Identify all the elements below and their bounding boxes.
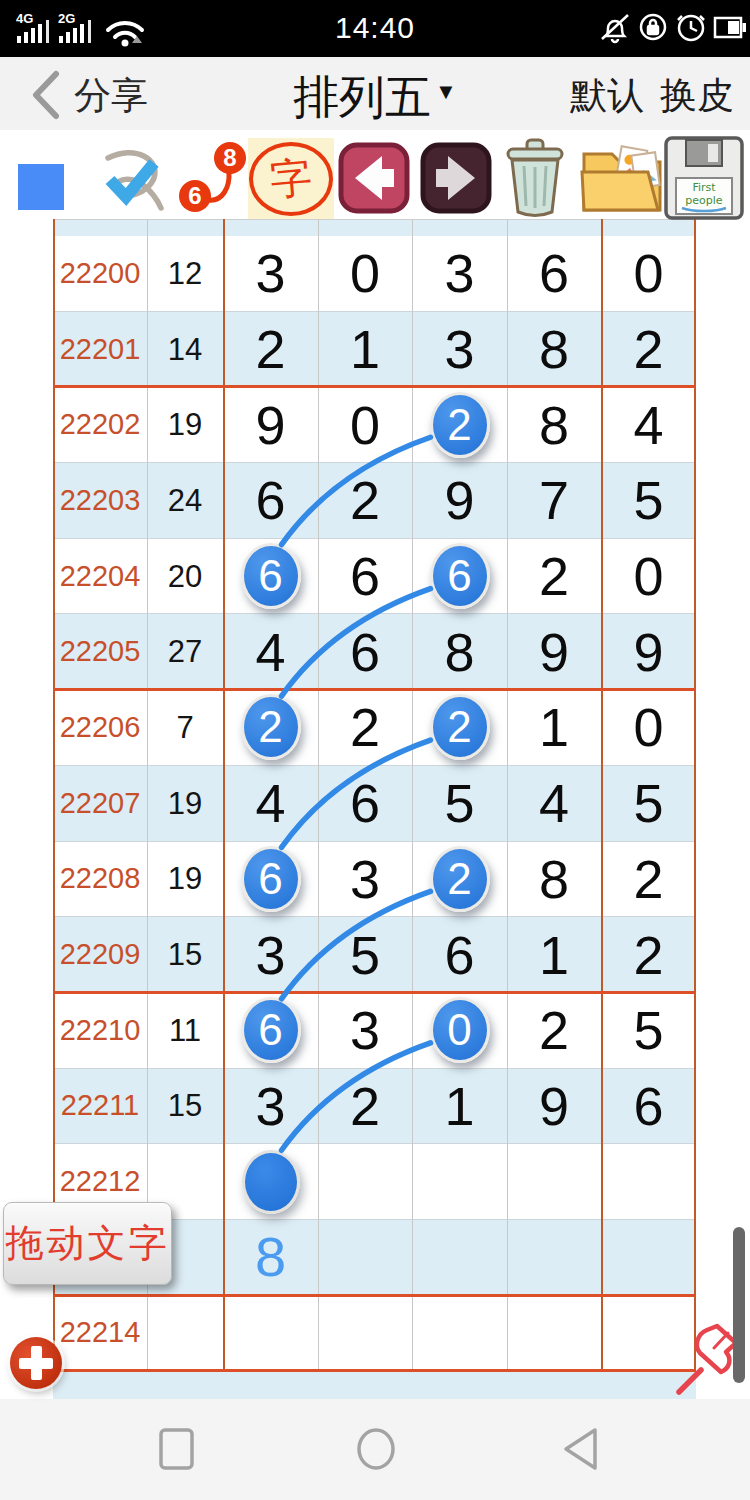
- digit-cell[interactable]: 9: [507, 614, 601, 689]
- group-separator-line: [53, 385, 696, 388]
- circled-digit[interactable]: 6: [430, 543, 490, 609]
- group-separator-line: [53, 991, 696, 994]
- grid-vline: [223, 219, 225, 1371]
- grid-vline: [318, 219, 319, 1371]
- digit-cell[interactable]: 4: [601, 387, 696, 462]
- digit-cell[interactable]: 2: [412, 842, 507, 917]
- table-footer-strip: [53, 1371, 696, 1400]
- save-floppy-icon[interactable]: First people: [662, 134, 746, 222]
- digit-cell[interactable]: 3: [318, 842, 412, 917]
- circled-digit[interactable]: 2: [241, 694, 301, 760]
- photos-folder-icon[interactable]: [578, 140, 666, 218]
- issue-cell: 22214: [53, 1296, 147, 1371]
- trend-lo-label: 6: [188, 182, 201, 209]
- table-row: 222091535612: [53, 917, 696, 993]
- value-cell: 19: [147, 387, 223, 462]
- grid-vline: [53, 219, 55, 1371]
- digit-cell[interactable]: 2: [601, 917, 696, 992]
- digit-cell[interactable]: 9: [412, 463, 507, 538]
- trend-hi-label: 8: [223, 144, 236, 171]
- digit-cell[interactable]: 5: [601, 993, 696, 1068]
- trend-line-icon[interactable]: 8 6: [172, 136, 252, 216]
- digit-cell[interactable]: 8: [412, 614, 507, 689]
- issue-cell: 22201: [53, 312, 147, 387]
- digit-cell[interactable]: 4: [223, 614, 318, 689]
- digit-cell[interactable]: 9: [601, 614, 696, 689]
- digit-cell[interactable]: [507, 1220, 601, 1295]
- issue-cell: 22200: [53, 236, 147, 311]
- digit-cell[interactable]: 9: [223, 387, 318, 462]
- add-button[interactable]: [10, 1337, 62, 1389]
- digit-cell[interactable]: 6: [412, 917, 507, 992]
- drag-text-button[interactable]: 拖动文字: [3, 1202, 172, 1285]
- page-title: 排列五: [293, 71, 431, 123]
- digit-cell[interactable]: 0: [412, 993, 507, 1068]
- drag-text-label: 拖动文字: [6, 1218, 170, 1269]
- value-cell: [147, 1296, 223, 1371]
- circled-digit[interactable]: 0: [430, 997, 490, 1063]
- digit-cell[interactable]: 8: [507, 312, 601, 387]
- circled-digit[interactable]: 6: [241, 543, 301, 609]
- value-cell: 14: [147, 312, 223, 387]
- digit-cell[interactable]: 1: [318, 312, 412, 387]
- issue-cell: 22209: [53, 917, 147, 992]
- group-separator-line: [53, 688, 696, 691]
- digit-cell[interactable]: 6: [601, 1069, 696, 1144]
- table-row: 222101163025: [53, 993, 696, 1069]
- digit-cell[interactable]: 5: [601, 766, 696, 841]
- zi-label: 字: [268, 149, 315, 208]
- issue-cell: 22202: [53, 387, 147, 462]
- grid-vline: [694, 219, 696, 1371]
- digit-cell[interactable]: 2: [507, 539, 601, 614]
- status-bar: 4G 2G 14:40: [0, 0, 750, 57]
- value-cell: 27: [147, 614, 223, 689]
- digit-cell[interactable]: 2: [412, 387, 507, 462]
- status-right-icons: [598, 12, 748, 44]
- digit-cell[interactable]: 6: [223, 539, 318, 614]
- scrollbar-thumb[interactable]: [733, 1227, 745, 1383]
- partial-row: [53, 219, 696, 236]
- grid-vline: [601, 219, 603, 1371]
- digit-cell[interactable]: 5: [601, 463, 696, 538]
- table-row: 222001230360: [53, 236, 696, 312]
- table-row: 222052746899: [53, 614, 696, 690]
- issue-cell: 22206: [53, 690, 147, 765]
- lock-icon: [641, 15, 665, 39]
- value-cell: 15: [147, 917, 223, 992]
- digit-cell[interactable]: 1: [412, 1069, 507, 1144]
- digit-cell[interactable]: 6: [318, 766, 412, 841]
- text-tool-active[interactable]: 字: [248, 138, 334, 219]
- select-check-icon[interactable]: [94, 142, 168, 214]
- circled-digit[interactable]: 2: [430, 694, 490, 760]
- digit-cell[interactable]: 0: [601, 236, 696, 311]
- digit-cell[interactable]: [412, 1144, 507, 1219]
- issue-cell: 22207: [53, 766, 147, 841]
- table-row: 222021990284: [53, 387, 696, 463]
- digit-cell[interactable]: 2: [318, 690, 412, 765]
- circled-digit[interactable]: 2: [430, 392, 490, 458]
- nav-home-button[interactable]: [359, 1430, 393, 1468]
- value-cell: 12: [147, 236, 223, 311]
- arrow-left-icon[interactable]: [338, 142, 410, 214]
- digit-cell[interactable]: 8: [223, 1220, 318, 1295]
- value-cell: 15: [147, 1069, 223, 1144]
- digit-cell[interactable]: 6: [318, 614, 412, 689]
- arrow-right-icon[interactable]: [420, 142, 492, 214]
- nav-back-button[interactable]: [566, 1430, 595, 1468]
- digit-cell[interactable]: 6: [318, 539, 412, 614]
- digit-cell[interactable]: 0: [318, 387, 412, 462]
- nav-recents-button[interactable]: [161, 1430, 192, 1468]
- digit-cell[interactable]: 6: [223, 463, 318, 538]
- digit-cell[interactable]: 4: [507, 766, 601, 841]
- table-bottom-line: [53, 1369, 696, 1372]
- zi-seal: 字: [249, 142, 333, 216]
- svg-text:people: people: [685, 194, 723, 207]
- digit-cell[interactable]: 2: [412, 690, 507, 765]
- skin-change-button[interactable]: 换皮: [660, 75, 734, 116]
- digit-cell[interactable]: [223, 1296, 318, 1371]
- digit-cell[interactable]: [318, 1144, 412, 1219]
- digit-cell[interactable]: 5: [412, 766, 507, 841]
- circled-digit[interactable]: 2: [430, 846, 490, 912]
- digit-cell[interactable]: [507, 1144, 601, 1219]
- digit-cell[interactable]: 0: [318, 236, 412, 311]
- digit-cell[interactable]: 8: [507, 842, 601, 917]
- battery-icon: [715, 18, 746, 37]
- digit-cell[interactable]: 2: [318, 463, 412, 538]
- value-cell: 19: [147, 766, 223, 841]
- value-cell: 24: [147, 463, 223, 538]
- skin-default-button[interactable]: 默认: [570, 75, 644, 116]
- digit-cell[interactable]: 3: [318, 993, 412, 1068]
- table-row: 222032462975: [53, 463, 696, 539]
- digit-cell[interactable]: 2: [318, 1069, 412, 1144]
- table-row: 22206722210: [53, 690, 696, 766]
- alarm-clock-icon: [678, 16, 704, 40]
- grid-vline: [412, 219, 413, 1371]
- digit-cell[interactable]: 3: [223, 917, 318, 992]
- table-row: 222042066620: [53, 539, 696, 615]
- chevron-down-icon: ▼: [435, 79, 457, 104]
- value-cell: 19: [147, 842, 223, 917]
- digit-cell[interactable]: 3: [412, 236, 507, 311]
- drawing-toolbar: 8 6 字: [0, 130, 750, 219]
- digit-cell[interactable]: 5: [318, 917, 412, 992]
- table-row: 222071946545: [53, 766, 696, 842]
- digit-cell[interactable]: 2: [223, 312, 318, 387]
- pencil-digit[interactable]: 8: [255, 1229, 286, 1285]
- digit-cell[interactable]: 7: [507, 463, 601, 538]
- digit-cell[interactable]: 3: [412, 312, 507, 387]
- digit-cell[interactable]: 4: [223, 766, 318, 841]
- issue-cell: 22211: [53, 1069, 147, 1144]
- digit-cell[interactable]: 0: [601, 539, 696, 614]
- table-row: 222011421382: [53, 312, 696, 388]
- value-cell: 20: [147, 539, 223, 614]
- table-row: 222081963282: [53, 842, 696, 918]
- digit-cell[interactable]: 1: [507, 917, 601, 992]
- issue-cell: 22204: [53, 539, 147, 614]
- group-separator-line: [53, 1294, 696, 1297]
- digit-cell[interactable]: 2: [601, 312, 696, 387]
- digit-cell[interactable]: 2: [507, 993, 601, 1068]
- app-header: 分享 排列五▼ 默认换皮: [0, 57, 750, 130]
- skin-controls: 默认换皮: [554, 71, 734, 121]
- digit-cell[interactable]: [507, 1296, 601, 1371]
- issue-cell: 22210: [53, 993, 147, 1068]
- trash-icon[interactable]: [496, 136, 576, 220]
- value-cell: 7: [147, 690, 223, 765]
- digit-cell[interactable]: [318, 1220, 412, 1295]
- digit-cell[interactable]: 3: [223, 236, 318, 311]
- digit-cell[interactable]: [412, 1296, 507, 1371]
- digit-cell[interactable]: [412, 1220, 507, 1295]
- svg-text:First: First: [692, 181, 716, 194]
- digit-cell[interactable]: 3: [223, 1069, 318, 1144]
- grid-vline: [507, 219, 508, 1371]
- digit-cell[interactable]: 0: [601, 690, 696, 765]
- digit-cell[interactable]: 2: [601, 842, 696, 917]
- digit-cell[interactable]: 6: [507, 236, 601, 311]
- digit-cell[interactable]: 6: [223, 842, 318, 917]
- value-cell: 11: [147, 993, 223, 1068]
- circled-digit[interactable]: 6: [241, 997, 301, 1063]
- digit-cell[interactable]: 8: [507, 387, 601, 462]
- android-nav-bar: [0, 1399, 750, 1500]
- digit-cell[interactable]: 1: [507, 690, 601, 765]
- table-row: 22214: [53, 1296, 696, 1372]
- circled-digit[interactable]: 6: [241, 846, 301, 912]
- issue-cell: 22205: [53, 614, 147, 689]
- digit-cell[interactable]: [223, 1144, 318, 1219]
- bell-muted-icon: [602, 15, 628, 42]
- digit-cell[interactable]: 6: [223, 993, 318, 1068]
- digit-cell[interactable]: 2: [223, 690, 318, 765]
- solid-dot-mark[interactable]: [242, 1150, 300, 1214]
- issue-cell: 22208: [53, 842, 147, 917]
- digit-cell[interactable]: 6: [412, 539, 507, 614]
- digit-cell[interactable]: [318, 1296, 412, 1371]
- table-row: 222111532196: [53, 1069, 696, 1145]
- digit-cell[interactable]: 9: [507, 1069, 601, 1144]
- blue-square-tool[interactable]: [18, 164, 64, 210]
- digit-cell[interactable]: [601, 1144, 696, 1219]
- digit-cell[interactable]: [601, 1220, 696, 1295]
- issue-cell: 22203: [53, 463, 147, 538]
- grid-vline: [147, 219, 148, 1371]
